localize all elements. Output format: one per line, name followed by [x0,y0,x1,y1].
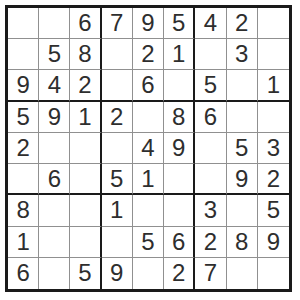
cell-r1c4[interactable]: 7 [102,8,133,39]
cell-r6c2[interactable]: 6 [39,164,70,195]
cell-r3c8[interactable] [227,70,258,101]
cell-r8c7[interactable]: 2 [195,227,226,258]
cell-r5c6[interactable]: 9 [164,133,195,164]
cell-r9c7[interactable]: 7 [195,258,226,289]
cell-r9c9[interactable] [258,258,289,289]
cell-r5c5[interactable]: 4 [133,133,164,164]
cell-r4c5[interactable] [133,102,164,133]
cell-r2c1[interactable] [8,39,39,70]
cell-r8c4[interactable] [102,227,133,258]
cell-r5c7[interactable] [195,133,226,164]
cell-r1c8[interactable]: 2 [227,8,258,39]
cell-r2c9[interactable] [258,39,289,70]
cell-r4c4[interactable]: 2 [102,102,133,133]
cell-r4c6[interactable]: 8 [164,102,195,133]
cell-r1c1[interactable] [8,8,39,39]
cell-r5c3[interactable] [70,133,101,164]
cell-r9c8[interactable] [227,258,258,289]
cell-r5c9[interactable]: 3 [258,133,289,164]
cell-r7c8[interactable] [227,195,258,226]
cell-r9c4[interactable]: 9 [102,258,133,289]
cell-r5c8[interactable]: 5 [227,133,258,164]
cell-r3c2[interactable]: 4 [39,70,70,101]
cell-r6c6[interactable] [164,164,195,195]
cell-r3c7[interactable]: 5 [195,70,226,101]
cell-r7c2[interactable] [39,195,70,226]
cell-r3c5[interactable]: 6 [133,70,164,101]
cell-r2c2[interactable]: 5 [39,39,70,70]
cell-r7c4[interactable]: 1 [102,195,133,226]
cell-r5c2[interactable] [39,133,70,164]
cell-r7c6[interactable] [164,195,195,226]
cell-r2c3[interactable]: 8 [70,39,101,70]
cell-r7c5[interactable] [133,195,164,226]
cell-r3c4[interactable] [102,70,133,101]
cell-r8c8[interactable]: 8 [227,227,258,258]
cell-r8c1[interactable]: 1 [8,227,39,258]
cell-r8c2[interactable] [39,227,70,258]
cell-r4c1[interactable]: 5 [8,102,39,133]
cell-r2c7[interactable] [195,39,226,70]
cell-r1c3[interactable]: 6 [70,8,101,39]
cell-r6c4[interactable]: 5 [102,164,133,195]
cell-r4c7[interactable]: 6 [195,102,226,133]
cell-r7c7[interactable]: 3 [195,195,226,226]
cell-r1c5[interactable]: 9 [133,8,164,39]
cell-r2c6[interactable]: 1 [164,39,195,70]
cell-r4c2[interactable]: 9 [39,102,70,133]
cell-r7c9[interactable]: 5 [258,195,289,226]
cell-r6c7[interactable] [195,164,226,195]
cell-r1c7[interactable]: 4 [195,8,226,39]
cell-r5c1[interactable]: 2 [8,133,39,164]
cell-r6c8[interactable]: 9 [227,164,258,195]
cell-r9c6[interactable]: 2 [164,258,195,289]
sudoku-board: 6795425821394265159128624953651928135156… [5,5,292,292]
cell-r8c5[interactable]: 5 [133,227,164,258]
cell-r9c3[interactable]: 5 [70,258,101,289]
cell-r9c5[interactable] [133,258,164,289]
cell-r9c1[interactable]: 6 [8,258,39,289]
cell-r8c9[interactable]: 9 [258,227,289,258]
cell-r7c3[interactable] [70,195,101,226]
cell-r6c5[interactable]: 1 [133,164,164,195]
cell-r6c9[interactable]: 2 [258,164,289,195]
cell-r2c8[interactable]: 3 [227,39,258,70]
cell-r4c9[interactable] [258,102,289,133]
cell-r5c4[interactable] [102,133,133,164]
cell-r4c8[interactable] [227,102,258,133]
cell-r3c9[interactable]: 1 [258,70,289,101]
cell-r9c2[interactable] [39,258,70,289]
cell-r4c3[interactable]: 1 [70,102,101,133]
cell-r2c4[interactable] [102,39,133,70]
cell-r6c1[interactable] [8,164,39,195]
cell-r1c6[interactable]: 5 [164,8,195,39]
cell-r8c3[interactable] [70,227,101,258]
cell-r3c1[interactable]: 9 [8,70,39,101]
cell-r1c2[interactable] [39,8,70,39]
cell-r1c9[interactable] [258,8,289,39]
cell-r2c5[interactable]: 2 [133,39,164,70]
cell-r7c1[interactable]: 8 [8,195,39,226]
cell-r8c6[interactable]: 6 [164,227,195,258]
cell-r3c6[interactable] [164,70,195,101]
cell-r6c3[interactable] [70,164,101,195]
cell-r3c3[interactable]: 2 [70,70,101,101]
